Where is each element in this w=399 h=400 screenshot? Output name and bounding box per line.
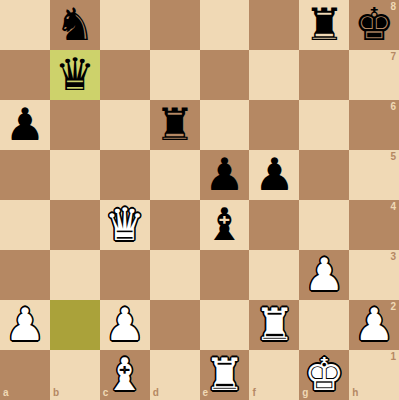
square-h6[interactable]: 6 (349, 100, 399, 150)
square-h1[interactable]: 1h (349, 350, 399, 400)
square-g2[interactable] (299, 300, 349, 350)
square-c7[interactable] (100, 50, 150, 100)
piece-black-king[interactable]: ♚ (354, 0, 394, 50)
square-g5[interactable] (299, 150, 349, 200)
file-label-h: h (352, 388, 358, 398)
square-b7[interactable]: ♛ (50, 50, 100, 100)
piece-white-pawn[interactable]: ♟ (354, 300, 394, 350)
square-f7[interactable] (249, 50, 299, 100)
square-b5[interactable] (50, 150, 100, 200)
piece-black-queen[interactable]: ♛ (55, 50, 95, 100)
rank-label-6: 6 (390, 102, 396, 112)
square-c3[interactable] (100, 250, 150, 300)
rank-label-7: 7 (390, 52, 396, 62)
square-f4[interactable] (249, 200, 299, 250)
square-b8[interactable]: ♞ (50, 0, 100, 50)
piece-white-king[interactable]: ♚ (304, 350, 344, 400)
square-f1[interactable]: f (249, 350, 299, 400)
file-label-f: f (252, 388, 255, 398)
square-a4[interactable] (0, 200, 50, 250)
file-label-b: b (53, 388, 59, 398)
square-c5[interactable] (100, 150, 150, 200)
piece-black-pawn[interactable]: ♟ (204, 150, 244, 200)
square-g6[interactable] (299, 100, 349, 150)
square-a2[interactable]: ♟ (0, 300, 50, 350)
square-c6[interactable] (100, 100, 150, 150)
piece-white-bishop[interactable]: ♝ (105, 350, 145, 400)
square-f2[interactable]: ♜ (249, 300, 299, 350)
piece-white-rook[interactable]: ♜ (254, 300, 294, 350)
square-c4[interactable]: ♛ (100, 200, 150, 250)
square-f3[interactable] (249, 250, 299, 300)
piece-white-pawn[interactable]: ♟ (5, 300, 45, 350)
square-f8[interactable] (249, 0, 299, 50)
square-a6[interactable]: ♟ (0, 100, 50, 150)
square-h2[interactable]: 2♟ (349, 300, 399, 350)
square-f6[interactable] (249, 100, 299, 150)
square-d8[interactable] (150, 0, 200, 50)
square-h7[interactable]: 7 (349, 50, 399, 100)
file-label-a: a (3, 388, 9, 398)
square-f5[interactable]: ♟ (249, 150, 299, 200)
square-g8[interactable]: ♜ (299, 0, 349, 50)
chess-board-container: ♞♜8♚♛7♟♜6♟♟5♛♝4♟3♟♟♜2♟abc♝de♜fg♚1h (0, 0, 399, 400)
square-a7[interactable] (0, 50, 50, 100)
square-h8[interactable]: 8♚ (349, 0, 399, 50)
square-b1[interactable]: b (50, 350, 100, 400)
piece-black-pawn[interactable]: ♟ (5, 100, 45, 150)
square-g7[interactable] (299, 50, 349, 100)
square-d7[interactable] (150, 50, 200, 100)
square-b3[interactable] (50, 250, 100, 300)
chess-board: ♞♜8♚♛7♟♜6♟♟5♛♝4♟3♟♟♜2♟abc♝de♜fg♚1h (0, 0, 399, 400)
piece-white-pawn[interactable]: ♟ (304, 250, 344, 300)
square-c1[interactable]: c♝ (100, 350, 150, 400)
square-e3[interactable] (200, 250, 250, 300)
square-b4[interactable] (50, 200, 100, 250)
square-d1[interactable]: d (150, 350, 200, 400)
rank-label-3: 3 (390, 252, 396, 262)
piece-black-knight[interactable]: ♞ (55, 0, 95, 50)
square-d4[interactable] (150, 200, 200, 250)
square-c2[interactable]: ♟ (100, 300, 150, 350)
square-b2[interactable] (50, 300, 100, 350)
square-e6[interactable] (200, 100, 250, 150)
piece-black-bishop[interactable]: ♝ (204, 200, 244, 250)
square-g3[interactable]: ♟ (299, 250, 349, 300)
square-d2[interactable] (150, 300, 200, 350)
file-label-d: d (153, 388, 159, 398)
square-d5[interactable] (150, 150, 200, 200)
square-a5[interactable] (0, 150, 50, 200)
square-g4[interactable] (299, 200, 349, 250)
square-h3[interactable]: 3 (349, 250, 399, 300)
square-e7[interactable] (200, 50, 250, 100)
rank-label-1: 1 (390, 352, 396, 362)
square-e5[interactable]: ♟ (200, 150, 250, 200)
piece-black-rook[interactable]: ♜ (304, 0, 344, 50)
square-e4[interactable]: ♝ (200, 200, 250, 250)
piece-white-queen[interactable]: ♛ (105, 200, 145, 250)
square-h5[interactable]: 5 (349, 150, 399, 200)
square-d6[interactable]: ♜ (150, 100, 200, 150)
piece-white-pawn[interactable]: ♟ (105, 300, 145, 350)
square-c8[interactable] (100, 0, 150, 50)
rank-label-4: 4 (390, 202, 396, 212)
square-e8[interactable] (200, 0, 250, 50)
square-e1[interactable]: e♜ (200, 350, 250, 400)
square-b6[interactable] (50, 100, 100, 150)
square-h4[interactable]: 4 (349, 200, 399, 250)
piece-black-pawn[interactable]: ♟ (254, 150, 294, 200)
square-a8[interactable] (0, 0, 50, 50)
piece-black-rook[interactable]: ♜ (154, 100, 194, 150)
square-d3[interactable] (150, 250, 200, 300)
square-g1[interactable]: g♚ (299, 350, 349, 400)
square-a1[interactable]: a (0, 350, 50, 400)
piece-white-rook[interactable]: ♜ (204, 350, 244, 400)
rank-label-5: 5 (390, 152, 396, 162)
square-e2[interactable] (200, 300, 250, 350)
square-a3[interactable] (0, 250, 50, 300)
